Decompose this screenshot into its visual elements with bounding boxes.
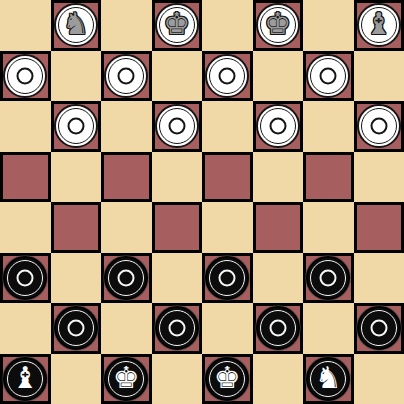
square-e5[interactable] bbox=[202, 152, 253, 203]
square-a3[interactable] bbox=[0, 253, 51, 304]
square-f5[interactable] bbox=[253, 152, 304, 203]
square-d7[interactable] bbox=[152, 51, 203, 102]
square-d6[interactable] bbox=[152, 101, 203, 152]
square-g6[interactable] bbox=[303, 101, 354, 152]
square-a7[interactable] bbox=[0, 51, 51, 102]
black-bishop[interactable]: ♝ bbox=[3, 357, 47, 401]
square-b3[interactable] bbox=[51, 253, 102, 304]
black-checker-man[interactable] bbox=[205, 256, 249, 300]
square-f8[interactable]: ♚ bbox=[253, 0, 304, 51]
square-f1[interactable] bbox=[253, 354, 304, 404]
white-knight[interactable]: ♞ bbox=[54, 3, 98, 47]
black-checker-man[interactable] bbox=[104, 256, 148, 300]
square-b4[interactable] bbox=[51, 202, 102, 253]
king-glyph-icon: ♚ bbox=[113, 363, 140, 393]
black-checker-man[interactable] bbox=[306, 256, 350, 300]
square-e3[interactable] bbox=[202, 253, 253, 304]
square-c3[interactable] bbox=[101, 253, 152, 304]
knight-glyph-icon: ♞ bbox=[62, 9, 89, 39]
black-checker-man[interactable] bbox=[3, 256, 47, 300]
king-glyph-icon: ♚ bbox=[264, 9, 291, 39]
square-b6[interactable] bbox=[51, 101, 102, 152]
square-e8[interactable] bbox=[202, 0, 253, 51]
white-checker-man[interactable] bbox=[3, 54, 47, 98]
square-g4[interactable] bbox=[303, 202, 354, 253]
white-king[interactable]: ♚ bbox=[155, 3, 199, 47]
black-king[interactable]: ♚ bbox=[104, 357, 148, 401]
white-checker-man[interactable] bbox=[256, 104, 300, 148]
white-checker-man[interactable] bbox=[205, 54, 249, 98]
square-e7[interactable] bbox=[202, 51, 253, 102]
square-f2[interactable] bbox=[253, 303, 304, 354]
square-b2[interactable] bbox=[51, 303, 102, 354]
white-checker-man[interactable] bbox=[104, 54, 148, 98]
square-f6[interactable] bbox=[253, 101, 304, 152]
bishop-glyph-icon: ♝ bbox=[12, 363, 39, 393]
square-c4[interactable] bbox=[101, 202, 152, 253]
square-h7[interactable] bbox=[354, 51, 404, 102]
square-h3[interactable] bbox=[354, 253, 404, 304]
square-g8[interactable] bbox=[303, 0, 354, 51]
black-knight[interactable]: ♞ bbox=[306, 357, 350, 401]
square-b5[interactable] bbox=[51, 152, 102, 203]
square-g3[interactable] bbox=[303, 253, 354, 304]
king-glyph-icon: ♚ bbox=[163, 9, 190, 39]
square-a5[interactable] bbox=[0, 152, 51, 203]
square-d8[interactable]: ♚ bbox=[152, 0, 203, 51]
square-h1[interactable] bbox=[354, 354, 404, 404]
square-f7[interactable] bbox=[253, 51, 304, 102]
square-g2[interactable] bbox=[303, 303, 354, 354]
square-h8[interactable]: ♝ bbox=[354, 0, 404, 51]
square-c5[interactable] bbox=[101, 152, 152, 203]
square-d1[interactable] bbox=[152, 354, 203, 404]
square-e1[interactable]: ♚ bbox=[202, 354, 253, 404]
square-f4[interactable] bbox=[253, 202, 304, 253]
square-b1[interactable] bbox=[51, 354, 102, 404]
square-g1[interactable]: ♞ bbox=[303, 354, 354, 404]
square-a4[interactable] bbox=[0, 202, 51, 253]
square-a8[interactable] bbox=[0, 0, 51, 51]
square-d3[interactable] bbox=[152, 253, 203, 304]
square-h6[interactable] bbox=[354, 101, 404, 152]
black-king[interactable]: ♚ bbox=[205, 357, 249, 401]
white-checker-man[interactable] bbox=[155, 104, 199, 148]
square-a6[interactable] bbox=[0, 101, 51, 152]
white-bishop[interactable]: ♝ bbox=[357, 3, 401, 47]
square-e4[interactable] bbox=[202, 202, 253, 253]
square-c7[interactable] bbox=[101, 51, 152, 102]
square-c2[interactable] bbox=[101, 303, 152, 354]
square-a2[interactable] bbox=[0, 303, 51, 354]
black-checker-man[interactable] bbox=[357, 306, 401, 350]
square-a1[interactable]: ♝ bbox=[0, 354, 51, 404]
square-d4[interactable] bbox=[152, 202, 203, 253]
square-h5[interactable] bbox=[354, 152, 404, 203]
square-b8[interactable]: ♞ bbox=[51, 0, 102, 51]
white-checker-man[interactable] bbox=[306, 54, 350, 98]
black-checker-man[interactable] bbox=[54, 306, 98, 350]
square-c1[interactable]: ♚ bbox=[101, 354, 152, 404]
knight-glyph-icon: ♞ bbox=[315, 363, 342, 393]
square-h4[interactable] bbox=[354, 202, 404, 253]
bishop-glyph-icon: ♝ bbox=[365, 9, 392, 39]
square-b7[interactable] bbox=[51, 51, 102, 102]
white-checker-man[interactable] bbox=[54, 104, 98, 148]
square-g5[interactable] bbox=[303, 152, 354, 203]
square-c6[interactable] bbox=[101, 101, 152, 152]
board: ♞♚♚♝♝♚♚♞ bbox=[0, 0, 404, 404]
white-king[interactable]: ♚ bbox=[256, 3, 300, 47]
square-f3[interactable] bbox=[253, 253, 304, 304]
square-g7[interactable] bbox=[303, 51, 354, 102]
square-d5[interactable] bbox=[152, 152, 203, 203]
square-d2[interactable] bbox=[152, 303, 203, 354]
black-checker-man[interactable] bbox=[155, 306, 199, 350]
square-c8[interactable] bbox=[101, 0, 152, 51]
square-e2[interactable] bbox=[202, 303, 253, 354]
square-e6[interactable] bbox=[202, 101, 253, 152]
square-h2[interactable] bbox=[354, 303, 404, 354]
white-checker-man[interactable] bbox=[357, 104, 401, 148]
king-glyph-icon: ♚ bbox=[214, 363, 241, 393]
black-checker-man[interactable] bbox=[256, 306, 300, 350]
